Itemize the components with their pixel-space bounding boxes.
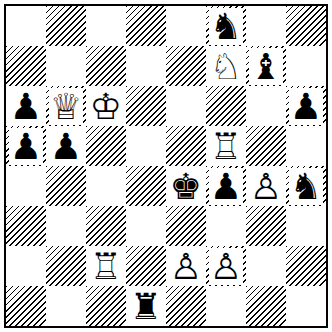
square-d4[interactable]: [126, 166, 166, 206]
square-e1[interactable]: [166, 286, 206, 326]
piece-black-bishop-g7: ♝: [249, 48, 283, 85]
square-c5[interactable]: [86, 126, 126, 166]
square-c4[interactable]: [86, 166, 126, 206]
piece-white-king-c6: ♔: [89, 88, 123, 125]
square-e2[interactable]: ♙: [166, 246, 206, 286]
square-h5[interactable]: [286, 126, 326, 166]
square-d7[interactable]: [126, 46, 166, 86]
square-f8[interactable]: ♞: [206, 6, 246, 46]
chess-board: ♞♘♝♟♕♔♟♟♟♖♚♟♙♞♖♙♙♜: [6, 6, 326, 326]
square-b7[interactable]: [46, 46, 86, 86]
square-a7[interactable]: [6, 46, 46, 86]
square-b2[interactable]: [46, 246, 86, 286]
square-a1[interactable]: [6, 286, 46, 326]
square-b8[interactable]: [46, 6, 86, 46]
piece-black-pawn-f4: ♟: [209, 168, 243, 205]
square-g1[interactable]: [246, 286, 286, 326]
square-a2[interactable]: [6, 246, 46, 286]
piece-white-pawn-g4: ♙: [249, 168, 283, 205]
square-h3[interactable]: [286, 206, 326, 246]
square-h7[interactable]: [286, 46, 326, 86]
piece-black-rook-d1: ♜: [129, 288, 163, 325]
piece-black-pawn-a6: ♟: [9, 88, 43, 125]
square-g3[interactable]: [246, 206, 286, 246]
square-c2[interactable]: ♖: [86, 246, 126, 286]
square-f2[interactable]: ♙: [206, 246, 246, 286]
square-h4[interactable]: ♞: [286, 166, 326, 206]
square-e8[interactable]: [166, 6, 206, 46]
square-g5[interactable]: [246, 126, 286, 166]
square-g2[interactable]: [246, 246, 286, 286]
square-e3[interactable]: [166, 206, 206, 246]
square-b4[interactable]: [46, 166, 86, 206]
piece-white-knight-f7: ♘: [209, 48, 243, 85]
square-d6[interactable]: [126, 86, 166, 126]
square-a4[interactable]: [6, 166, 46, 206]
square-f5[interactable]: ♖: [206, 126, 246, 166]
piece-black-pawn-h6: ♟: [289, 88, 323, 125]
piece-white-pawn-f2: ♙: [209, 248, 243, 285]
square-c1[interactable]: [86, 286, 126, 326]
chess-diagram: ♞♘♝♟♕♔♟♟♟♖♚♟♙♞♖♙♙♜: [0, 0, 332, 332]
square-d5[interactable]: [126, 126, 166, 166]
square-h2[interactable]: [286, 246, 326, 286]
piece-black-pawn-b5: ♟: [49, 128, 83, 165]
square-c6[interactable]: ♔: [86, 86, 126, 126]
square-e4[interactable]: ♚: [166, 166, 206, 206]
square-g6[interactable]: [246, 86, 286, 126]
square-b3[interactable]: [46, 206, 86, 246]
square-h6[interactable]: ♟: [286, 86, 326, 126]
square-c3[interactable]: [86, 206, 126, 246]
square-d1[interactable]: ♜: [126, 286, 166, 326]
square-a8[interactable]: [6, 6, 46, 46]
square-a5[interactable]: ♟: [6, 126, 46, 166]
piece-black-pawn-a5: ♟: [9, 128, 43, 165]
square-b6[interactable]: ♕: [46, 86, 86, 126]
square-f6[interactable]: [206, 86, 246, 126]
square-h1[interactable]: [286, 286, 326, 326]
square-d3[interactable]: [126, 206, 166, 246]
piece-black-knight-h4: ♞: [289, 168, 323, 205]
square-c7[interactable]: [86, 46, 126, 86]
square-b5[interactable]: ♟: [46, 126, 86, 166]
square-f4[interactable]: ♟: [206, 166, 246, 206]
square-h8[interactable]: [286, 6, 326, 46]
square-d8[interactable]: [126, 6, 166, 46]
square-e7[interactable]: [166, 46, 206, 86]
square-f7[interactable]: ♘: [206, 46, 246, 86]
piece-white-queen-b6: ♕: [49, 88, 83, 125]
piece-white-rook-c2: ♖: [89, 248, 123, 285]
piece-white-pawn-e2: ♙: [169, 248, 203, 285]
square-g7[interactable]: ♝: [246, 46, 286, 86]
piece-white-rook-f5: ♖: [209, 128, 243, 165]
square-e5[interactable]: [166, 126, 206, 166]
square-b1[interactable]: [46, 286, 86, 326]
piece-black-knight-f8: ♞: [209, 8, 243, 45]
square-f1[interactable]: [206, 286, 246, 326]
square-e6[interactable]: [166, 86, 206, 126]
square-a3[interactable]: [6, 206, 46, 246]
board-border: ♞♘♝♟♕♔♟♟♟♖♚♟♙♞♖♙♙♜: [4, 4, 328, 328]
square-g8[interactable]: [246, 6, 286, 46]
square-d2[interactable]: [126, 246, 166, 286]
square-g4[interactable]: ♙: [246, 166, 286, 206]
square-c8[interactable]: [86, 6, 126, 46]
square-f3[interactable]: [206, 206, 246, 246]
square-a6[interactable]: ♟: [6, 86, 46, 126]
piece-black-king-e4: ♚: [169, 168, 203, 205]
